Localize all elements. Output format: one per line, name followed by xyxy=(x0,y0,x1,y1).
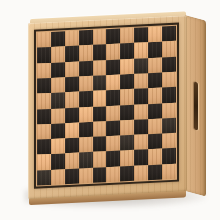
board-square[interactable] xyxy=(120,89,134,105)
board-square[interactable] xyxy=(65,122,79,138)
board-square[interactable] xyxy=(37,154,51,170)
board-square[interactable] xyxy=(162,41,176,57)
board-square[interactable] xyxy=(120,28,134,44)
box-side-panel xyxy=(185,15,206,197)
board-square[interactable] xyxy=(148,57,162,73)
game-box-top xyxy=(28,15,187,199)
board-square[interactable] xyxy=(51,62,65,78)
board-square[interactable] xyxy=(51,108,65,124)
board-square[interactable] xyxy=(106,90,120,106)
board-square[interactable] xyxy=(148,134,162,150)
board-square[interactable] xyxy=(134,165,148,181)
board-square[interactable] xyxy=(51,46,65,62)
board-square[interactable] xyxy=(162,163,176,179)
board-frame-border xyxy=(34,23,179,189)
board-square[interactable] xyxy=(120,58,134,74)
board-square[interactable] xyxy=(37,62,51,78)
board-square[interactable] xyxy=(106,105,120,121)
board-square[interactable] xyxy=(65,153,79,169)
board-square[interactable] xyxy=(37,139,51,155)
board-square[interactable] xyxy=(134,88,148,104)
board-square[interactable] xyxy=(79,45,93,61)
board-square[interactable] xyxy=(106,74,120,90)
board-square[interactable] xyxy=(65,107,79,123)
board-square[interactable] xyxy=(134,134,148,150)
board-square[interactable] xyxy=(51,92,65,108)
board-square[interactable] xyxy=(37,47,51,63)
board-square[interactable] xyxy=(51,31,65,47)
board-square[interactable] xyxy=(65,138,79,154)
board-square[interactable] xyxy=(93,136,107,152)
board-square[interactable] xyxy=(120,104,134,120)
board-square[interactable] xyxy=(148,26,162,42)
board-square[interactable] xyxy=(37,170,51,186)
board-square[interactable] xyxy=(162,72,176,88)
board-square[interactable] xyxy=(79,60,93,76)
board-square[interactable] xyxy=(106,136,120,152)
board-square[interactable] xyxy=(134,119,148,135)
board-square[interactable] xyxy=(79,106,93,122)
board-square[interactable] xyxy=(106,44,120,60)
board-square[interactable] xyxy=(134,73,148,89)
board-square[interactable] xyxy=(162,87,176,103)
board-square[interactable] xyxy=(65,168,79,184)
board-square[interactable] xyxy=(65,31,79,47)
board-square[interactable] xyxy=(93,90,107,106)
board-square[interactable] xyxy=(120,120,134,136)
board-square[interactable] xyxy=(134,150,148,166)
board-square[interactable] xyxy=(120,74,134,90)
board-square[interactable] xyxy=(106,59,120,75)
board-square[interactable] xyxy=(162,133,176,149)
board-square[interactable] xyxy=(37,78,51,94)
board-square[interactable] xyxy=(51,138,65,154)
board-square[interactable] xyxy=(93,106,107,122)
board-square[interactable] xyxy=(162,148,176,164)
board-square[interactable] xyxy=(51,77,65,93)
board-square[interactable] xyxy=(93,152,107,168)
board-square[interactable] xyxy=(79,122,93,138)
board-square[interactable] xyxy=(93,75,107,91)
board-square[interactable] xyxy=(51,169,65,185)
board-square[interactable] xyxy=(120,165,134,181)
board-square[interactable] xyxy=(162,56,176,72)
board-square[interactable] xyxy=(148,88,162,104)
board-square[interactable] xyxy=(51,154,65,170)
board-square[interactable] xyxy=(79,152,93,168)
board-square[interactable] xyxy=(65,46,79,62)
board-square[interactable] xyxy=(106,166,120,182)
board-square[interactable] xyxy=(79,76,93,92)
board-square[interactable] xyxy=(162,26,176,42)
board-square[interactable] xyxy=(134,58,148,74)
board-square[interactable] xyxy=(93,121,107,137)
board-square[interactable] xyxy=(134,42,148,58)
board-square[interactable] xyxy=(37,124,51,140)
board-square[interactable] xyxy=(106,151,120,167)
board-grid xyxy=(37,26,176,186)
board-square[interactable] xyxy=(106,28,120,44)
board-square[interactable] xyxy=(37,108,51,124)
board-square[interactable] xyxy=(37,32,51,48)
board-square[interactable] xyxy=(65,61,79,77)
board-square[interactable] xyxy=(93,60,107,76)
board-square[interactable] xyxy=(79,30,93,46)
board-square[interactable] xyxy=(51,123,65,139)
product-photo-scene xyxy=(0,0,220,220)
board-square[interactable] xyxy=(120,135,134,151)
board-square[interactable] xyxy=(37,93,51,109)
board-square[interactable] xyxy=(120,43,134,59)
board-square[interactable] xyxy=(148,72,162,88)
board-square[interactable] xyxy=(162,102,176,118)
board-square[interactable] xyxy=(148,42,162,58)
board-square[interactable] xyxy=(79,91,93,107)
board-square[interactable] xyxy=(162,118,176,134)
board-square[interactable] xyxy=(93,44,107,60)
board-square[interactable] xyxy=(148,103,162,119)
handle-slot xyxy=(194,81,198,130)
board-square[interactable] xyxy=(148,118,162,134)
board-square[interactable] xyxy=(134,27,148,43)
board-square[interactable] xyxy=(93,29,107,45)
board-square[interactable] xyxy=(65,76,79,92)
board-square[interactable] xyxy=(134,104,148,120)
board-square[interactable] xyxy=(79,137,93,153)
board-square[interactable] xyxy=(106,120,120,136)
board-square[interactable] xyxy=(79,168,93,184)
board-square[interactable] xyxy=(120,150,134,166)
board-square[interactable] xyxy=(148,164,162,180)
board-square[interactable] xyxy=(148,149,162,165)
board-square[interactable] xyxy=(65,92,79,108)
board-square[interactable] xyxy=(93,167,107,183)
